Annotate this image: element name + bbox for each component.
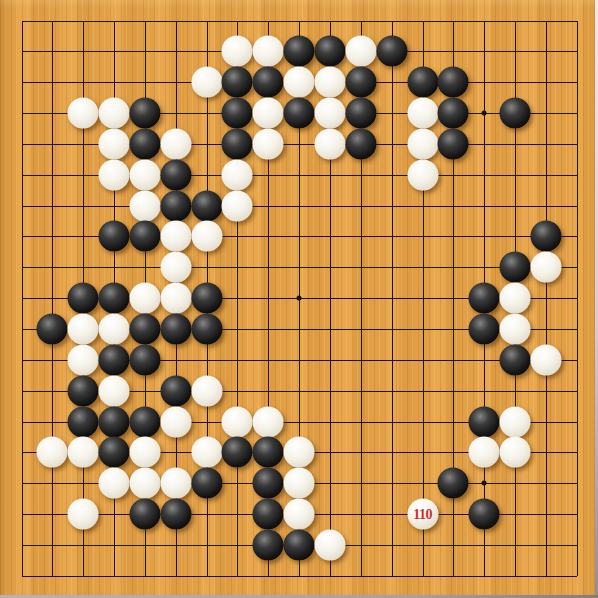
- black-stone: [438, 67, 469, 98]
- black-stone: [469, 406, 500, 437]
- white-stone: [68, 314, 99, 345]
- white-stone: [129, 283, 160, 314]
- white-stone: [68, 98, 99, 129]
- white-stone: [315, 98, 346, 129]
- white-stone: [160, 468, 191, 499]
- white-stone: [99, 314, 130, 345]
- black-stone: [438, 468, 469, 499]
- black-stone: [469, 499, 500, 530]
- black-stone: [253, 67, 284, 98]
- black-stone: [222, 98, 253, 129]
- black-stone: [222, 67, 253, 98]
- black-stone: [315, 36, 346, 67]
- white-stone: [315, 128, 346, 159]
- grid-line: [546, 21, 547, 576]
- black-stone: [500, 344, 531, 375]
- white-stone: [500, 406, 531, 437]
- white-stone: [191, 375, 222, 406]
- black-stone: [191, 468, 222, 499]
- white-stone: [129, 159, 160, 190]
- black-stone: [284, 98, 315, 129]
- black-stone: [284, 36, 315, 67]
- grid-line: [22, 576, 577, 577]
- black-stone: [99, 437, 130, 468]
- white-stone: [253, 98, 284, 129]
- white-stone: [68, 344, 99, 375]
- white-stone: [315, 67, 346, 98]
- white-stone: [99, 128, 130, 159]
- black-stone: [191, 190, 222, 221]
- black-stone: [438, 128, 469, 159]
- black-stone: [345, 128, 376, 159]
- black-stone: [160, 375, 191, 406]
- white-stone: [222, 36, 253, 67]
- star-point: [297, 296, 302, 301]
- black-stone: [438, 98, 469, 129]
- white-stone: [253, 128, 284, 159]
- black-stone: [129, 406, 160, 437]
- star-point: [482, 111, 487, 116]
- black-stone: [253, 499, 284, 530]
- black-stone: [222, 437, 253, 468]
- black-stone: [68, 375, 99, 406]
- black-stone: [253, 468, 284, 499]
- black-stone: [129, 499, 160, 530]
- black-stone: [253, 529, 284, 560]
- white-stone: [129, 468, 160, 499]
- white-stone: [99, 375, 130, 406]
- white-stone: [99, 98, 130, 129]
- white-stone: [222, 190, 253, 221]
- white-stone: [160, 252, 191, 283]
- black-stone: [160, 159, 191, 190]
- white-stone: [160, 283, 191, 314]
- white-stone: [68, 437, 99, 468]
- white-stone: [469, 437, 500, 468]
- black-stone: [160, 499, 191, 530]
- black-stone: [469, 314, 500, 345]
- black-stone: [191, 314, 222, 345]
- white-stone: [160, 221, 191, 252]
- black-stone: [129, 128, 160, 159]
- white-stone: [222, 159, 253, 190]
- white-stone: [500, 314, 531, 345]
- white-stone: [530, 344, 561, 375]
- white-stone: [407, 159, 438, 190]
- black-stone: [160, 190, 191, 221]
- star-point: [482, 481, 487, 486]
- white-stone: [222, 406, 253, 437]
- white-stone: [530, 252, 561, 283]
- black-stone: [284, 529, 315, 560]
- black-stone: [99, 344, 130, 375]
- black-stone: [253, 437, 284, 468]
- white-stone: [284, 437, 315, 468]
- black-stone: [469, 283, 500, 314]
- black-stone: [99, 406, 130, 437]
- white-stone: [68, 499, 99, 530]
- black-stone: [37, 314, 68, 345]
- white-stone: [407, 128, 438, 159]
- grid-line: [392, 21, 393, 576]
- white-stone: [191, 221, 222, 252]
- white-stone: [160, 128, 191, 159]
- black-stone: [345, 67, 376, 98]
- black-stone: [222, 128, 253, 159]
- black-stone: [500, 252, 531, 283]
- white-stone: [284, 499, 315, 530]
- black-stone: [129, 314, 160, 345]
- white-stone: [407, 98, 438, 129]
- black-stone: [99, 221, 130, 252]
- white-stone: [284, 67, 315, 98]
- white-stone: [253, 406, 284, 437]
- white-stone: [500, 437, 531, 468]
- black-stone: [500, 98, 531, 129]
- move-number-label: 110: [407, 499, 438, 530]
- white-stone: [99, 468, 130, 499]
- white-stone: [500, 283, 531, 314]
- black-stone: [129, 344, 160, 375]
- black-stone: [129, 221, 160, 252]
- black-stone: [530, 221, 561, 252]
- black-stone: [376, 36, 407, 67]
- black-stone: [129, 98, 160, 129]
- black-stone: [407, 67, 438, 98]
- white-stone-marked: 110: [407, 499, 438, 530]
- white-stone: [99, 159, 130, 190]
- black-stone: [68, 406, 99, 437]
- black-stone: [68, 283, 99, 314]
- white-stone: [253, 36, 284, 67]
- white-stone: [191, 437, 222, 468]
- white-stone: [284, 468, 315, 499]
- black-stone: [191, 283, 222, 314]
- black-stone: [160, 314, 191, 345]
- white-stone: [315, 529, 346, 560]
- go-board[interactable]: 110: [0, 0, 598, 598]
- white-stone: [37, 437, 68, 468]
- white-stone: [129, 190, 160, 221]
- black-stone: [99, 283, 130, 314]
- white-stone: [160, 406, 191, 437]
- grid-line: [577, 21, 578, 576]
- white-stone: [129, 437, 160, 468]
- white-stone: [345, 36, 376, 67]
- white-stone: [191, 67, 222, 98]
- black-stone: [345, 98, 376, 129]
